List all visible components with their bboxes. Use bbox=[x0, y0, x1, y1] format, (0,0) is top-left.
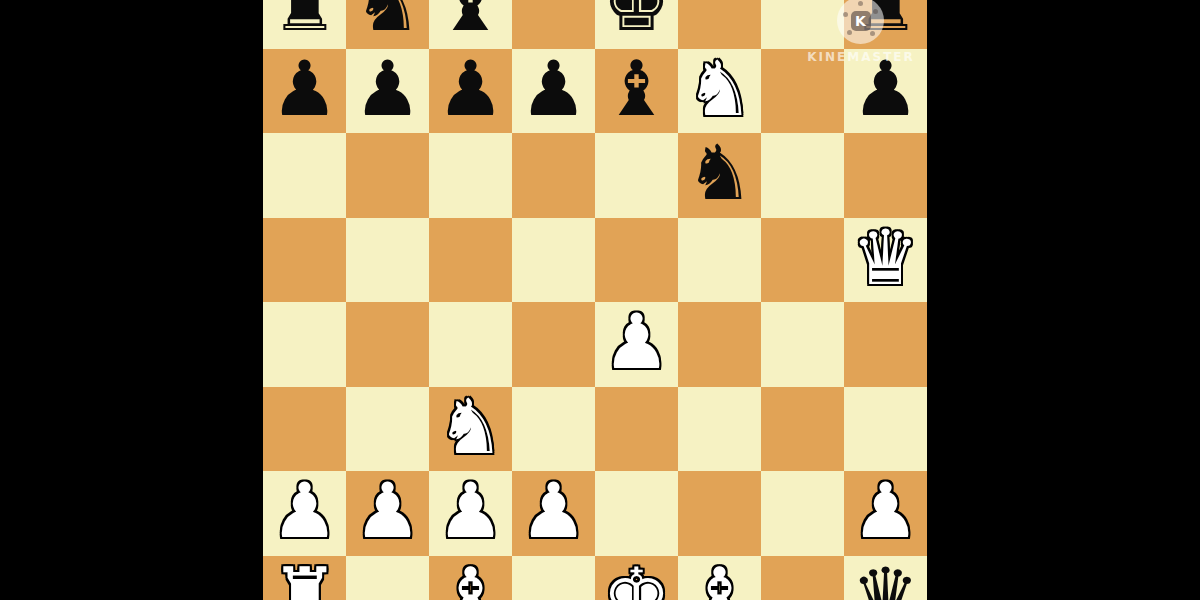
square-e8[interactable]: ♚ bbox=[595, 0, 678, 49]
square-d5[interactable] bbox=[512, 218, 595, 303]
square-c1[interactable]: ♝ bbox=[429, 556, 512, 600]
square-g6[interactable] bbox=[761, 133, 844, 218]
square-c3[interactable]: ♞ bbox=[429, 387, 512, 472]
square-c7[interactable]: ♟ bbox=[429, 49, 512, 134]
logo-letter: K bbox=[851, 11, 871, 31]
square-a2[interactable]: ♟ bbox=[263, 471, 346, 556]
square-b2[interactable]: ♟ bbox=[346, 471, 429, 556]
square-e4[interactable]: ♟ bbox=[595, 302, 678, 387]
square-a5[interactable] bbox=[263, 218, 346, 303]
piece-white-queen: ♛ bbox=[851, 220, 919, 296]
square-e6[interactable] bbox=[595, 133, 678, 218]
square-b3[interactable] bbox=[346, 387, 429, 472]
video-frame: ♜♞♝♚♜♟♟♟♟♝♞♟♞♛♟♞♟♟♟♟♟♜♝♚♝♛ K KINEMASTER bbox=[0, 0, 1200, 600]
square-c2[interactable]: ♟ bbox=[429, 471, 512, 556]
piece-black-knight: ♞ bbox=[353, 0, 421, 42]
square-g8[interactable] bbox=[761, 0, 844, 49]
watermark-label: KINEMASTER bbox=[804, 50, 918, 64]
piece-black-pawn: ♟ bbox=[436, 51, 504, 127]
square-f1[interactable]: ♝ bbox=[678, 556, 761, 600]
square-h5[interactable]: ♛ bbox=[844, 218, 927, 303]
piece-black-rook: ♜ bbox=[270, 0, 338, 42]
square-e5[interactable] bbox=[595, 218, 678, 303]
square-a1[interactable]: ♜ bbox=[263, 556, 346, 600]
piece-white-knight: ♞ bbox=[436, 389, 504, 465]
square-d1[interactable] bbox=[512, 556, 595, 600]
logo-reel-dot bbox=[858, 1, 863, 6]
logo-reel-dot bbox=[873, 9, 878, 14]
square-g1[interactable] bbox=[761, 556, 844, 600]
piece-white-bishop: ♝ bbox=[685, 558, 753, 600]
square-b7[interactable]: ♟ bbox=[346, 49, 429, 134]
square-g3[interactable] bbox=[761, 387, 844, 472]
square-f6[interactable]: ♞ bbox=[678, 133, 761, 218]
square-c4[interactable] bbox=[429, 302, 512, 387]
square-f5[interactable] bbox=[678, 218, 761, 303]
square-g2[interactable] bbox=[761, 471, 844, 556]
square-a4[interactable] bbox=[263, 302, 346, 387]
square-a8[interactable]: ♜ bbox=[263, 0, 346, 49]
square-f2[interactable] bbox=[678, 471, 761, 556]
square-e7[interactable]: ♝ bbox=[595, 49, 678, 134]
logo-reel-dot bbox=[847, 30, 852, 35]
piece-black-king: ♚ bbox=[602, 0, 670, 42]
square-c8[interactable]: ♝ bbox=[429, 0, 512, 49]
piece-white-knight: ♞ bbox=[685, 51, 753, 127]
square-d6[interactable] bbox=[512, 133, 595, 218]
square-b1[interactable] bbox=[346, 556, 429, 600]
square-a7[interactable]: ♟ bbox=[263, 49, 346, 134]
square-b5[interactable] bbox=[346, 218, 429, 303]
square-d7[interactable]: ♟ bbox=[512, 49, 595, 134]
piece-white-pawn: ♟ bbox=[436, 473, 504, 549]
piece-white-pawn: ♟ bbox=[270, 473, 338, 549]
piece-black-pawn: ♟ bbox=[353, 51, 421, 127]
square-h3[interactable] bbox=[844, 387, 927, 472]
piece-white-pawn: ♟ bbox=[851, 473, 919, 549]
square-a3[interactable] bbox=[263, 387, 346, 472]
square-d3[interactable] bbox=[512, 387, 595, 472]
logo-reel-dot bbox=[870, 31, 875, 36]
square-d4[interactable] bbox=[512, 302, 595, 387]
square-c6[interactable] bbox=[429, 133, 512, 218]
square-f8[interactable] bbox=[678, 0, 761, 49]
piece-white-pawn: ♟ bbox=[353, 473, 421, 549]
square-b4[interactable] bbox=[346, 302, 429, 387]
square-f4[interactable] bbox=[678, 302, 761, 387]
square-f3[interactable] bbox=[678, 387, 761, 472]
square-e3[interactable] bbox=[595, 387, 678, 472]
chess-board: ♜♞♝♚♜♟♟♟♟♝♞♟♞♛♟♞♟♟♟♟♟♜♝♚♝♛ bbox=[263, 0, 927, 600]
piece-black-knight: ♞ bbox=[685, 135, 753, 211]
square-g5[interactable] bbox=[761, 218, 844, 303]
square-g4[interactable] bbox=[761, 302, 844, 387]
square-h6[interactable] bbox=[844, 133, 927, 218]
square-h4[interactable] bbox=[844, 302, 927, 387]
square-c5[interactable] bbox=[429, 218, 512, 303]
square-h1[interactable]: ♛ bbox=[844, 556, 927, 600]
square-h2[interactable]: ♟ bbox=[844, 471, 927, 556]
piece-white-king: ♚ bbox=[602, 558, 670, 600]
square-f7[interactable]: ♞ bbox=[678, 49, 761, 134]
square-a6[interactable] bbox=[263, 133, 346, 218]
piece-black-pawn: ♟ bbox=[519, 51, 587, 127]
square-e2[interactable] bbox=[595, 471, 678, 556]
logo-reel-dot bbox=[843, 12, 848, 17]
piece-black-bishop: ♝ bbox=[602, 51, 670, 127]
square-b6[interactable] bbox=[346, 133, 429, 218]
square-e1[interactable]: ♚ bbox=[595, 556, 678, 600]
piece-white-rook: ♜ bbox=[270, 558, 338, 600]
piece-white-pawn: ♟ bbox=[602, 304, 670, 380]
piece-black-pawn: ♟ bbox=[270, 51, 338, 127]
piece-black-bishop: ♝ bbox=[436, 0, 504, 42]
square-b8[interactable]: ♞ bbox=[346, 0, 429, 49]
square-d8[interactable] bbox=[512, 0, 595, 49]
piece-black-queen: ♛ bbox=[851, 558, 919, 600]
square-d2[interactable]: ♟ bbox=[512, 471, 595, 556]
piece-white-bishop: ♝ bbox=[436, 558, 504, 600]
piece-white-pawn: ♟ bbox=[519, 473, 587, 549]
